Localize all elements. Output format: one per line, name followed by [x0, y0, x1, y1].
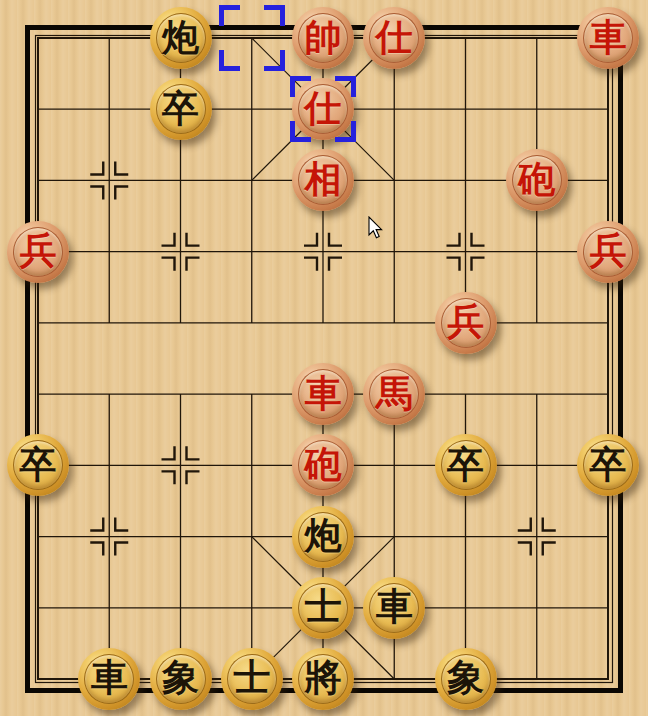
piece-black-elephant[interactable]: 象 [150, 648, 212, 710]
piece-red-advisor[interactable]: 仕 [363, 7, 425, 69]
piece-face: 相 [298, 155, 348, 205]
piece-face: 砲 [512, 155, 562, 205]
piece-black-pawn[interactable]: 卒 [150, 78, 212, 140]
piece-red-pawn[interactable]: 兵 [7, 221, 69, 283]
piece-character: 兵 [447, 303, 484, 340]
piece-red-cannon[interactable]: 砲 [506, 149, 568, 211]
piece-face: 將 [298, 654, 348, 704]
piece-character: 仕 [376, 19, 413, 56]
piece-character: 車 [376, 588, 413, 625]
piece-face: 象 [156, 654, 206, 704]
piece-character: 象 [162, 659, 199, 696]
piece-character: 士 [305, 588, 342, 625]
piece-face: 卒 [13, 440, 63, 490]
piece-character: 馬 [376, 375, 413, 412]
piece-character: 砲 [518, 161, 555, 198]
piece-face: 砲 [298, 440, 348, 490]
piece-character: 砲 [305, 446, 342, 483]
piece-character: 兵 [20, 232, 57, 269]
piece-face: 兵 [583, 227, 633, 277]
piece-character: 車 [590, 19, 627, 56]
piece-face: 車 [583, 13, 633, 63]
piece-character: 卒 [162, 90, 199, 127]
piece-face: 帥 [298, 13, 348, 63]
piece-character: 炮 [305, 517, 342, 554]
piece-character: 帥 [305, 19, 342, 56]
piece-character: 卒 [447, 446, 484, 483]
piece-character: 士 [233, 659, 270, 696]
piece-red-king[interactable]: 帥 [292, 7, 354, 69]
piece-face: 車 [298, 369, 348, 419]
piece-face: 炮 [298, 512, 348, 562]
piece-face: 車 [369, 583, 419, 633]
piece-face: 士 [298, 583, 348, 633]
piece-face: 仕 [369, 13, 419, 63]
piece-face: 馬 [369, 369, 419, 419]
piece-black-advisor[interactable]: 士 [292, 577, 354, 639]
piece-character: 車 [305, 375, 342, 412]
piece-character: 相 [305, 161, 342, 198]
piece-character: 將 [305, 659, 342, 696]
piece-red-rook[interactable]: 車 [577, 7, 639, 69]
piece-red-horse[interactable]: 馬 [363, 363, 425, 425]
piece-face: 卒 [583, 440, 633, 490]
piece-face: 兵 [13, 227, 63, 277]
piece-black-cannon[interactable]: 炮 [150, 7, 212, 69]
piece-character: 仕 [305, 90, 342, 127]
piece-character: 炮 [162, 19, 199, 56]
piece-black-elephant[interactable]: 象 [435, 648, 497, 710]
piece-black-king[interactable]: 將 [292, 648, 354, 710]
piece-character: 卒 [20, 446, 57, 483]
piece-face: 士 [227, 654, 277, 704]
piece-character: 兵 [590, 232, 627, 269]
piece-character: 車 [91, 659, 128, 696]
piece-red-cannon[interactable]: 砲 [292, 434, 354, 496]
piece-face: 兵 [441, 298, 491, 348]
piece-face: 象 [441, 654, 491, 704]
piece-face: 仕 [298, 84, 348, 134]
piece-black-rook[interactable]: 車 [78, 648, 140, 710]
piece-black-cannon[interactable]: 炮 [292, 506, 354, 568]
xiangqi-board[interactable]: 炮帥仕車卒仕相砲兵兵兵車馬卒砲卒卒炮士車車象士將象 [0, 0, 648, 716]
piece-black-rook[interactable]: 車 [363, 577, 425, 639]
piece-black-advisor[interactable]: 士 [221, 648, 283, 710]
piece-red-pawn[interactable]: 兵 [577, 221, 639, 283]
piece-black-pawn[interactable]: 卒 [7, 434, 69, 496]
piece-character: 象 [447, 659, 484, 696]
piece-character: 卒 [590, 446, 627, 483]
piece-red-pawn[interactable]: 兵 [435, 292, 497, 354]
piece-red-rook[interactable]: 車 [292, 363, 354, 425]
piece-black-pawn[interactable]: 卒 [577, 434, 639, 496]
piece-face: 車 [84, 654, 134, 704]
piece-red-elephant[interactable]: 相 [292, 149, 354, 211]
piece-red-advisor[interactable]: 仕 [292, 78, 354, 140]
piece-face: 炮 [156, 13, 206, 63]
piece-black-pawn[interactable]: 卒 [435, 434, 497, 496]
piece-face: 卒 [156, 84, 206, 134]
piece-face: 卒 [441, 440, 491, 490]
